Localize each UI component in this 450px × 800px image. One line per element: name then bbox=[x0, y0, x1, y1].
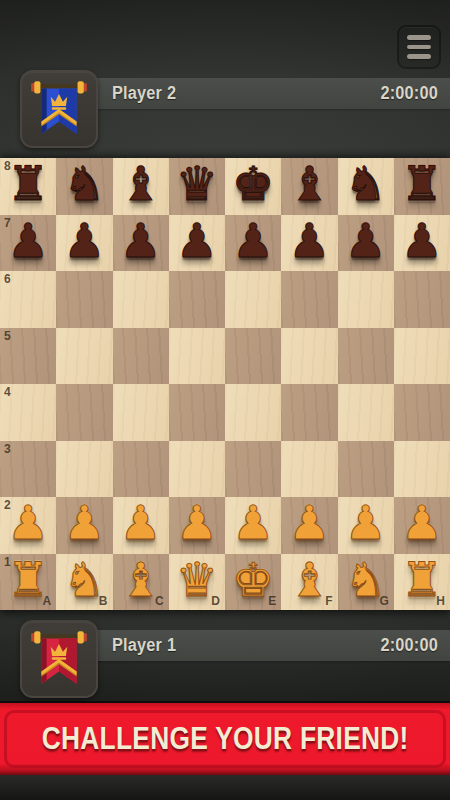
square-g2[interactable]: ♟ bbox=[338, 497, 394, 554]
piece-white-pawn: ♟ bbox=[120, 499, 162, 546]
square-c8[interactable]: ♝ bbox=[113, 158, 169, 215]
square-a8[interactable]: ♜8 bbox=[0, 158, 56, 215]
rank-label-4: 4 bbox=[4, 386, 11, 398]
square-g7[interactable]: ♟ bbox=[338, 215, 394, 272]
file-label-f: F bbox=[325, 595, 332, 607]
square-f4[interactable] bbox=[281, 384, 337, 441]
rank-label-3: 3 bbox=[4, 443, 11, 455]
square-c6[interactable] bbox=[113, 271, 169, 328]
rank-label-6: 6 bbox=[4, 273, 11, 285]
square-d1[interactable]: ♛D bbox=[169, 554, 225, 611]
square-b7[interactable]: ♟ bbox=[56, 215, 112, 272]
file-label-b: B bbox=[99, 595, 108, 607]
square-h1[interactable]: ♜H bbox=[394, 554, 450, 611]
red-banner-icon bbox=[26, 626, 92, 692]
square-e6[interactable] bbox=[225, 271, 281, 328]
rank-label-1: 1 bbox=[4, 556, 11, 568]
rank-label-8: 8 bbox=[4, 160, 11, 172]
square-c4[interactable] bbox=[113, 384, 169, 441]
square-g8[interactable]: ♞ bbox=[338, 158, 394, 215]
top-player-bar: Player 2 2:00:00 bbox=[90, 78, 450, 109]
square-c5[interactable] bbox=[113, 328, 169, 385]
square-a4[interactable]: 4 bbox=[0, 384, 56, 441]
file-label-e: E bbox=[268, 595, 276, 607]
square-d2[interactable]: ♟ bbox=[169, 497, 225, 554]
square-g1[interactable]: ♞G bbox=[338, 554, 394, 611]
piece-black-knight: ♞ bbox=[345, 160, 387, 207]
square-e1[interactable]: ♚E bbox=[225, 554, 281, 611]
piece-black-pawn: ♟ bbox=[7, 217, 49, 264]
square-c7[interactable]: ♟ bbox=[113, 215, 169, 272]
square-e2[interactable]: ♟ bbox=[225, 497, 281, 554]
piece-black-bishop: ♝ bbox=[120, 160, 162, 207]
top-player-timer: 2:00:00 bbox=[380, 84, 438, 102]
bottom-player-bar: Player 1 2:00:00 bbox=[90, 630, 450, 661]
top-player-name: Player 2 bbox=[112, 84, 176, 102]
square-e4[interactable] bbox=[225, 384, 281, 441]
rank-label-5: 5 bbox=[4, 330, 11, 342]
menu-button[interactable] bbox=[397, 25, 441, 69]
square-b4[interactable] bbox=[56, 384, 112, 441]
piece-white-pawn: ♟ bbox=[288, 499, 330, 546]
square-e8[interactable]: ♚ bbox=[225, 158, 281, 215]
chess-board: ♜8♞♝♛♚♝♞♜♟7♟♟♟♟♟♟♟6543♟2♟♟♟♟♟♟♟♜1A♞B♝C♛D… bbox=[0, 158, 450, 610]
piece-white-pawn: ♟ bbox=[63, 499, 105, 546]
piece-black-rook: ♜ bbox=[7, 160, 49, 207]
bottom-player-name: Player 1 bbox=[112, 636, 176, 654]
file-label-h: H bbox=[436, 595, 445, 607]
file-label-a: A bbox=[43, 595, 52, 607]
piece-white-bishop: ♝ bbox=[288, 556, 330, 603]
square-d8[interactable]: ♛ bbox=[169, 158, 225, 215]
piece-black-knight: ♞ bbox=[63, 160, 105, 207]
piece-black-rook: ♜ bbox=[401, 160, 443, 207]
piece-white-pawn: ♟ bbox=[176, 499, 218, 546]
square-a2[interactable]: ♟2 bbox=[0, 497, 56, 554]
piece-white-pawn: ♟ bbox=[232, 499, 274, 546]
square-b2[interactable]: ♟ bbox=[56, 497, 112, 554]
challenge-friend-label: CHALLENGE YOUR FRIEND! bbox=[42, 721, 409, 757]
square-b5[interactable] bbox=[56, 328, 112, 385]
square-d5[interactable] bbox=[169, 328, 225, 385]
hamburger-icon bbox=[407, 35, 431, 40]
piece-black-king: ♚ bbox=[232, 160, 274, 207]
square-f2[interactable]: ♟ bbox=[281, 497, 337, 554]
square-b1[interactable]: ♞B bbox=[56, 554, 112, 611]
piece-black-bishop: ♝ bbox=[288, 160, 330, 207]
piece-black-queen: ♛ bbox=[176, 160, 218, 207]
square-h7[interactable]: ♟ bbox=[394, 215, 450, 272]
piece-black-pawn: ♟ bbox=[288, 217, 330, 264]
square-h2[interactable]: ♟ bbox=[394, 497, 450, 554]
square-b3[interactable] bbox=[56, 441, 112, 498]
square-b6[interactable] bbox=[56, 271, 112, 328]
square-h3[interactable] bbox=[394, 441, 450, 498]
piece-white-pawn: ♟ bbox=[401, 499, 443, 546]
square-c1[interactable]: ♝C bbox=[113, 554, 169, 611]
square-d4[interactable] bbox=[169, 384, 225, 441]
square-a5[interactable]: 5 bbox=[0, 328, 56, 385]
piece-black-pawn: ♟ bbox=[401, 217, 443, 264]
square-g6[interactable] bbox=[338, 271, 394, 328]
piece-black-pawn: ♟ bbox=[345, 217, 387, 264]
square-d3[interactable] bbox=[169, 441, 225, 498]
piece-black-pawn: ♟ bbox=[120, 217, 162, 264]
square-f1[interactable]: ♝F bbox=[281, 554, 337, 611]
bottom-shade bbox=[0, 775, 450, 800]
square-f7[interactable]: ♟ bbox=[281, 215, 337, 272]
piece-black-pawn: ♟ bbox=[176, 217, 218, 264]
piece-white-pawn: ♟ bbox=[345, 499, 387, 546]
piece-black-pawn: ♟ bbox=[232, 217, 274, 264]
file-label-g: G bbox=[379, 595, 388, 607]
square-a6[interactable]: 6 bbox=[0, 271, 56, 328]
square-f6[interactable] bbox=[281, 271, 337, 328]
square-c3[interactable] bbox=[113, 441, 169, 498]
square-a7[interactable]: ♟7 bbox=[0, 215, 56, 272]
piece-black-pawn: ♟ bbox=[63, 217, 105, 264]
square-f8[interactable]: ♝ bbox=[281, 158, 337, 215]
square-f3[interactable] bbox=[281, 441, 337, 498]
square-h8[interactable]: ♜ bbox=[394, 158, 450, 215]
rank-label-7: 7 bbox=[4, 217, 11, 229]
square-a3[interactable]: 3 bbox=[0, 441, 56, 498]
square-h4[interactable] bbox=[394, 384, 450, 441]
square-g4[interactable] bbox=[338, 384, 394, 441]
challenge-friend-button[interactable]: CHALLENGE YOUR FRIEND! bbox=[0, 703, 450, 775]
square-g5[interactable] bbox=[338, 328, 394, 385]
file-label-c: C bbox=[155, 595, 164, 607]
square-d7[interactable]: ♟ bbox=[169, 215, 225, 272]
top-player-avatar bbox=[20, 70, 98, 148]
square-g3[interactable] bbox=[338, 441, 394, 498]
square-a1[interactable]: ♜1A bbox=[0, 554, 56, 611]
square-e7[interactable]: ♟ bbox=[225, 215, 281, 272]
file-label-d: D bbox=[211, 595, 220, 607]
rank-label-2: 2 bbox=[4, 499, 11, 511]
square-h6[interactable] bbox=[394, 271, 450, 328]
square-e3[interactable] bbox=[225, 441, 281, 498]
square-c2[interactable]: ♟ bbox=[113, 497, 169, 554]
bottom-player-timer: 2:00:00 bbox=[380, 636, 438, 654]
square-d6[interactable] bbox=[169, 271, 225, 328]
square-b8[interactable]: ♞ bbox=[56, 158, 112, 215]
square-e5[interactable] bbox=[225, 328, 281, 385]
bottom-player-avatar bbox=[20, 620, 98, 698]
square-h5[interactable] bbox=[394, 328, 450, 385]
square-f5[interactable] bbox=[281, 328, 337, 385]
blue-banner-icon bbox=[26, 76, 92, 142]
piece-white-pawn: ♟ bbox=[7, 499, 49, 546]
